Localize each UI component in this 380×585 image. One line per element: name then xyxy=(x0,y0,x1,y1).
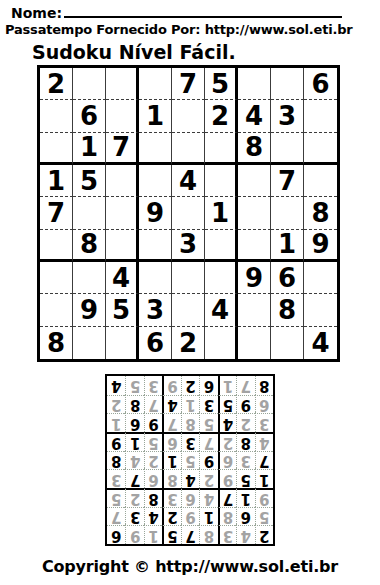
cell-r5c4: 9 xyxy=(139,197,172,229)
cell-r4c1: 1 xyxy=(40,165,73,197)
cell-r1c4[interactable] xyxy=(139,68,172,100)
cell-r5c9: 8 xyxy=(304,197,337,229)
solution-cell-r5c6: 1 xyxy=(162,451,180,470)
solution-cell-r5c4: 9 xyxy=(199,451,217,470)
solution-cell-r6c2: 8 xyxy=(236,432,254,451)
solution-cell-r1c4: 8 xyxy=(199,525,217,544)
solution-cell-r1c2: 4 xyxy=(236,525,254,544)
cell-r8c6: 4 xyxy=(205,294,238,326)
cell-r5c5[interactable] xyxy=(172,197,205,229)
cell-r8c9[interactable] xyxy=(304,294,337,326)
cell-r2c5[interactable] xyxy=(172,100,205,132)
cell-r4c9[interactable] xyxy=(304,165,337,197)
cell-r7c8: 6 xyxy=(271,262,304,294)
solution-cell-r2c3: 8 xyxy=(218,507,236,526)
solution-cell-r3c5: 6 xyxy=(181,488,199,507)
solution-cell-r1c3: 3 xyxy=(218,525,236,544)
cell-r9c4: 6 xyxy=(139,327,172,359)
cell-r2c9[interactable] xyxy=(304,100,337,132)
cell-r3c5[interactable] xyxy=(172,133,205,165)
cell-r4c3[interactable] xyxy=(106,165,139,197)
cell-r3c3: 7 xyxy=(106,133,139,165)
solution-cell-r2c7: 4 xyxy=(144,507,162,526)
solution-cell-r3c1: 9 xyxy=(255,488,273,507)
cell-r8c4: 3 xyxy=(139,294,172,326)
sudoku-grid: 275661243178154779188319496953488624 xyxy=(37,65,340,362)
solution-cell-r2c1: 5 xyxy=(255,507,273,526)
cell-r1c5: 7 xyxy=(172,68,205,100)
cell-r8c3: 5 xyxy=(106,294,139,326)
cell-r2c1[interactable] xyxy=(40,100,73,132)
cell-r3c8[interactable] xyxy=(271,133,304,165)
solution-cell-r5c3: 6 xyxy=(218,451,236,470)
solution-cell-r2c6: 2 xyxy=(162,507,180,526)
solution-cell-r4c8: 7 xyxy=(125,469,143,488)
cell-r5c8[interactable] xyxy=(271,197,304,229)
solution-cell-r8c9: 2 xyxy=(107,395,125,414)
cell-r3c4[interactable] xyxy=(139,133,172,165)
cell-r2c6: 2 xyxy=(205,100,238,132)
solution-cell-r9c2: 7 xyxy=(236,376,254,395)
solution-cell-r1c6: 5 xyxy=(162,525,180,544)
cell-r6c8: 1 xyxy=(271,230,304,262)
solution-cell-r3c8: 2 xyxy=(125,488,143,507)
cell-r8c7[interactable] xyxy=(238,294,271,326)
name-label: Nome: xyxy=(11,5,62,21)
cell-r6c2: 8 xyxy=(73,230,106,262)
cell-r9c9: 4 xyxy=(304,327,337,359)
solution-cell-r9c4: 6 xyxy=(199,376,217,395)
cell-r1c6: 5 xyxy=(205,68,238,100)
solution-cell-r8c6: 4 xyxy=(162,395,180,414)
solution-cell-r9c9: 4 xyxy=(107,376,125,395)
solution-cell-r7c3: 4 xyxy=(218,413,236,432)
solution-cell-r6c6: 6 xyxy=(162,432,180,451)
solution-cell-r4c9: 3 xyxy=(107,469,125,488)
cell-r1c9: 6 xyxy=(304,68,337,100)
name-row: Nome: xyxy=(11,3,342,21)
solution-cell-r7c1: 3 xyxy=(255,413,273,432)
cell-r6c1[interactable] xyxy=(40,230,73,262)
cell-r1c7[interactable] xyxy=(238,68,271,100)
cell-r6c7[interactable] xyxy=(238,230,271,262)
cell-r3c1[interactable] xyxy=(40,133,73,165)
solution-cell-r5c2: 3 xyxy=(236,451,254,470)
cell-r8c8: 8 xyxy=(271,294,304,326)
solution-cell-r1c7: 1 xyxy=(144,525,162,544)
cell-r7c3: 4 xyxy=(106,262,139,294)
solution-cell-r2c8: 3 xyxy=(125,507,143,526)
solution-cell-r9c1: 8 xyxy=(255,376,273,395)
cell-r6c4[interactable] xyxy=(139,230,172,262)
cell-r4c6[interactable] xyxy=(205,165,238,197)
cell-r4c2: 5 xyxy=(73,165,106,197)
solution-cell-r5c9: 8 xyxy=(107,451,125,470)
copyright-line: Copyright © http://www.sol.eti.br xyxy=(0,557,380,576)
solution-cell-r5c7: 2 xyxy=(144,451,162,470)
solution-cell-r7c9: 1 xyxy=(107,413,125,432)
solution-cell-r8c1: 6 xyxy=(255,395,273,414)
cell-r4c4[interactable] xyxy=(139,165,172,197)
cell-r5c7[interactable] xyxy=(238,197,271,229)
solution-cell-r2c4: 1 xyxy=(199,507,217,526)
solution-cell-r2c9: 7 xyxy=(107,507,125,526)
cell-r2c4: 1 xyxy=(139,100,172,132)
solution-cell-r7c5: 8 xyxy=(181,413,199,432)
solution-cell-r4c5: 4 xyxy=(181,469,199,488)
solution-cell-r1c8: 9 xyxy=(125,525,143,544)
cell-r9c2[interactable] xyxy=(73,327,106,359)
page-title: Sudoku Nível Fácil. xyxy=(32,41,236,63)
cell-r6c5: 3 xyxy=(172,230,205,262)
solution-cell-r3c3: 7 xyxy=(218,488,236,507)
solution-cell-r8c5: 1 xyxy=(181,395,199,414)
cell-r4c5: 4 xyxy=(172,165,205,197)
solution-cell-r6c8: 1 xyxy=(125,432,143,451)
solution-cell-r9c3: 1 xyxy=(218,376,236,395)
cell-r7c4[interactable] xyxy=(139,262,172,294)
solution-cell-r1c5: 7 xyxy=(181,525,199,544)
cell-r5c1: 7 xyxy=(40,197,73,229)
cell-r1c8[interactable] xyxy=(271,68,304,100)
cell-r9c6[interactable] xyxy=(205,327,238,359)
solution-cell-r6c7: 5 xyxy=(144,432,162,451)
cell-r1c2[interactable] xyxy=(73,68,106,100)
solution-cell-r3c4: 4 xyxy=(199,488,217,507)
cell-r9c7[interactable] xyxy=(238,327,271,359)
cell-r7c1[interactable] xyxy=(40,262,73,294)
cell-r4c7[interactable] xyxy=(238,165,271,197)
solution-cell-r6c3: 2 xyxy=(218,432,236,451)
solution-cell-r8c7: 7 xyxy=(144,395,162,414)
solution-cell-r9c5: 2 xyxy=(181,376,199,395)
cell-r5c2[interactable] xyxy=(73,197,106,229)
solution-cell-r6c5: 3 xyxy=(181,432,199,451)
cell-r7c9[interactable] xyxy=(304,262,337,294)
cell-r7c2[interactable] xyxy=(73,262,106,294)
solution-cell-r9c8: 5 xyxy=(125,376,143,395)
cell-r9c3[interactable] xyxy=(106,327,139,359)
solution-cell-r2c5: 9 xyxy=(181,507,199,526)
cell-r6c3[interactable] xyxy=(106,230,139,262)
solution-cell-r5c1: 7 xyxy=(255,451,273,470)
cell-r3c2: 1 xyxy=(73,133,106,165)
solution-cell-r3c2: 1 xyxy=(236,488,254,507)
solution-cell-r4c3: 9 xyxy=(218,469,236,488)
solution-cell-r4c1: 1 xyxy=(255,469,273,488)
cell-r8c1[interactable] xyxy=(40,294,73,326)
solution-cell-r7c7: 9 xyxy=(144,413,162,432)
solution-cell-r6c4: 7 xyxy=(199,432,217,451)
cell-r9c8[interactable] xyxy=(271,327,304,359)
provider-line: Passatempo Fornecido Por: http://www.sol… xyxy=(5,22,352,37)
solution-cell-r5c5: 5 xyxy=(181,451,199,470)
solution-cell-r5c8: 4 xyxy=(125,451,143,470)
cell-r7c5[interactable] xyxy=(172,262,205,294)
cell-r9c1: 8 xyxy=(40,327,73,359)
solution-cell-r3c7: 8 xyxy=(144,488,162,507)
solution-cell-r8c8: 8 xyxy=(125,395,143,414)
cell-r3c6[interactable] xyxy=(205,133,238,165)
worksheet-page: { "header": { "name_label": "Nome:", "pr… xyxy=(0,0,380,585)
cell-r5c6: 1 xyxy=(205,197,238,229)
solution-cell-r9c7: 3 xyxy=(144,376,162,395)
cell-r8c2: 9 xyxy=(73,294,106,326)
cell-r2c3[interactable] xyxy=(106,100,139,132)
solution-cell-r7c2: 2 xyxy=(236,413,254,432)
solution-cell-r3c9: 5 xyxy=(107,488,125,507)
solution-grid: 2438751965681924379174638251592486737369… xyxy=(105,374,275,546)
cell-r6c9: 9 xyxy=(304,230,337,262)
cell-r7c6[interactable] xyxy=(205,262,238,294)
cell-r2c2: 6 xyxy=(73,100,106,132)
cell-r5c3[interactable] xyxy=(106,197,139,229)
solution-cell-r1c1: 2 xyxy=(255,525,273,544)
solution-cell-r4c4: 2 xyxy=(199,469,217,488)
solution-cell-r8c3: 5 xyxy=(218,395,236,414)
solution-cell-r1c9: 6 xyxy=(107,525,125,544)
solution-cell-r7c6: 7 xyxy=(162,413,180,432)
solution-cell-r4c6: 8 xyxy=(162,469,180,488)
solution-cell-r8c4: 3 xyxy=(199,395,217,414)
solution-cell-r9c6: 9 xyxy=(162,376,180,395)
name-blank-line[interactable] xyxy=(64,3,342,18)
cell-r8c5[interactable] xyxy=(172,294,205,326)
solution-cell-r7c4: 5 xyxy=(199,413,217,432)
solution-cell-r7c8: 6 xyxy=(125,413,143,432)
solution-cell-r6c1: 4 xyxy=(255,432,273,451)
cell-r2c8: 3 xyxy=(271,100,304,132)
solution-cell-r8c2: 9 xyxy=(236,395,254,414)
cell-r7c7: 9 xyxy=(238,262,271,294)
cell-r1c1: 2 xyxy=(40,68,73,100)
solution-cell-r6c9: 9 xyxy=(107,432,125,451)
solution-cell-r3c6: 3 xyxy=(162,488,180,507)
solution-cell-r4c2: 5 xyxy=(236,469,254,488)
solution-cell-r4c7: 6 xyxy=(144,469,162,488)
cell-r2c7: 4 xyxy=(238,100,271,132)
cell-r6c6[interactable] xyxy=(205,230,238,262)
cell-r3c7: 8 xyxy=(238,133,271,165)
solution-cell-r2c2: 6 xyxy=(236,507,254,526)
cell-r4c8: 7 xyxy=(271,165,304,197)
cell-r3c9[interactable] xyxy=(304,133,337,165)
cell-r9c5: 2 xyxy=(172,327,205,359)
cell-r1c3[interactable] xyxy=(106,68,139,100)
